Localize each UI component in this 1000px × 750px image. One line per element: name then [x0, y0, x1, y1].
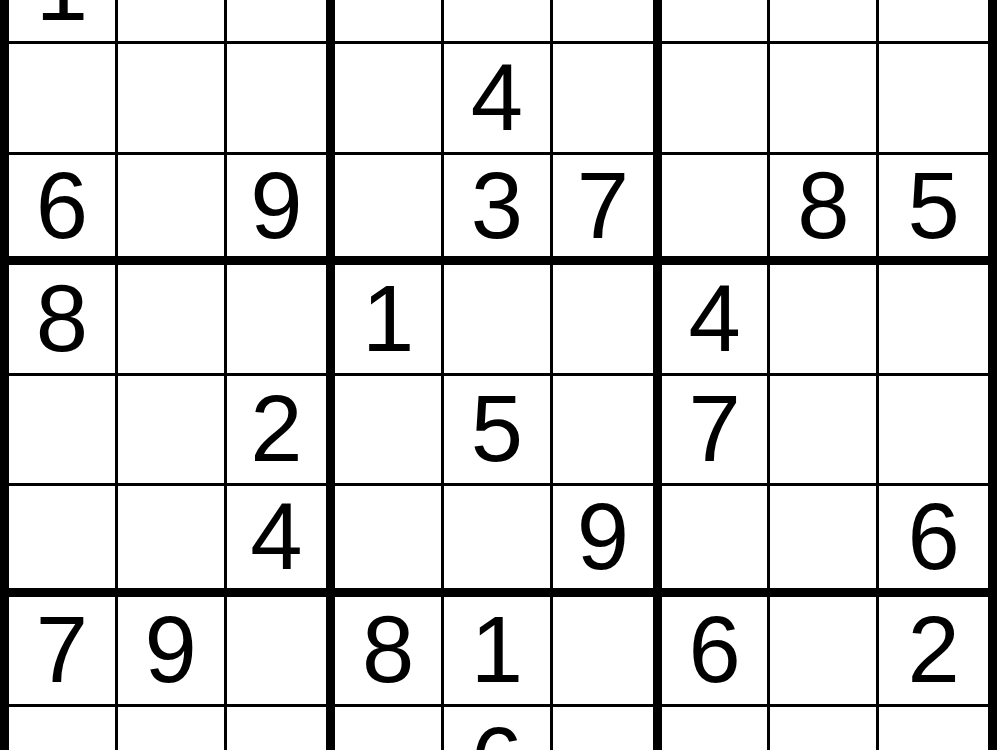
cell-r3c1-given-6[interactable]: 6: [9, 155, 118, 265]
cell-r4c4-given-1[interactable]: 1: [335, 265, 444, 375]
cell-r2c1[interactable]: [9, 44, 118, 154]
cell-r2c7[interactable]: [662, 44, 771, 154]
cell-r5c8[interactable]: [770, 376, 879, 486]
cell-r4c6[interactable]: [553, 265, 662, 375]
cell-r8c1[interactable]: [9, 707, 118, 750]
cell-r5c4[interactable]: [335, 376, 444, 486]
cell-r6c6-given-9[interactable]: 9: [553, 486, 662, 596]
sudoku-board: 146937858142574967981626: [0, 0, 997, 750]
cell-r1c7[interactable]: [662, 0, 771, 44]
cell-r2c4[interactable]: [335, 44, 444, 154]
cell-r8c7[interactable]: [662, 707, 771, 750]
cell-r2c3[interactable]: [227, 44, 336, 154]
cell-r7c6[interactable]: [553, 597, 662, 707]
cell-r2c5-given-4[interactable]: 4: [444, 44, 553, 154]
cell-r3c5-given-3[interactable]: 3: [444, 155, 553, 265]
cell-r3c8-given-8[interactable]: 8: [770, 155, 879, 265]
cell-r3c3-given-9[interactable]: 9: [227, 155, 336, 265]
sudoku-screenshot: 146937858142574967981626: [0, 0, 1000, 750]
cell-r7c9-given-2[interactable]: 2: [879, 597, 988, 707]
cell-r8c6[interactable]: [553, 707, 662, 750]
cell-r2c8[interactable]: [770, 44, 879, 154]
cell-r6c8[interactable]: [770, 486, 879, 596]
cell-r8c2[interactable]: [118, 707, 227, 750]
cell-r3c2[interactable]: [118, 155, 227, 265]
cell-r7c5-given-1[interactable]: 1: [444, 597, 553, 707]
cell-r1c8[interactable]: [770, 0, 879, 44]
cell-r8c9[interactable]: [879, 707, 988, 750]
cell-r7c8[interactable]: [770, 597, 879, 707]
cell-r1c5[interactable]: [444, 0, 553, 44]
cell-r6c5[interactable]: [444, 486, 553, 596]
cell-r8c4[interactable]: [335, 707, 444, 750]
cell-r4c9[interactable]: [879, 265, 988, 375]
cell-r4c8[interactable]: [770, 265, 879, 375]
cell-r4c7-given-4[interactable]: 4: [662, 265, 771, 375]
cell-r3c6-given-7[interactable]: 7: [553, 155, 662, 265]
cell-r1c6[interactable]: [553, 0, 662, 44]
cell-r4c5[interactable]: [444, 265, 553, 375]
cell-r5c6[interactable]: [553, 376, 662, 486]
cell-r2c6[interactable]: [553, 44, 662, 154]
cell-r3c4[interactable]: [335, 155, 444, 265]
cell-r5c2[interactable]: [118, 376, 227, 486]
cell-r3c7[interactable]: [662, 155, 771, 265]
cell-r2c2[interactable]: [118, 44, 227, 154]
cell-r4c2[interactable]: [118, 265, 227, 375]
cell-r5c7-given-7[interactable]: 7: [662, 376, 771, 486]
cell-r6c2[interactable]: [118, 486, 227, 596]
cell-r7c3[interactable]: [227, 597, 336, 707]
cell-r5c9[interactable]: [879, 376, 988, 486]
cell-r5c1[interactable]: [9, 376, 118, 486]
cell-r5c3-given-2[interactable]: 2: [227, 376, 336, 486]
cell-r2c9[interactable]: [879, 44, 988, 154]
cell-r8c8[interactable]: [770, 707, 879, 750]
cell-r4c1-given-8[interactable]: 8: [9, 265, 118, 375]
cell-r6c3-given-4[interactable]: 4: [227, 486, 336, 596]
cell-r7c7-given-6[interactable]: 6: [662, 597, 771, 707]
cell-r6c9-given-6[interactable]: 6: [879, 486, 988, 596]
cell-r7c1-given-7[interactable]: 7: [9, 597, 118, 707]
cell-r8c3[interactable]: [227, 707, 336, 750]
cell-r1c9[interactable]: [879, 0, 988, 44]
cell-r6c4[interactable]: [335, 486, 444, 596]
cell-r5c5-given-5[interactable]: 5: [444, 376, 553, 486]
cell-r1c2[interactable]: [118, 0, 227, 44]
cell-r6c1[interactable]: [9, 486, 118, 596]
cell-r7c4-given-8[interactable]: 8: [335, 597, 444, 707]
cell-r6c7[interactable]: [662, 486, 771, 596]
cell-r3c9-given-5[interactable]: 5: [879, 155, 988, 265]
cell-r1c1-given-1[interactable]: 1: [9, 0, 118, 44]
cell-r1c4[interactable]: [335, 0, 444, 44]
cell-r1c3[interactable]: [227, 0, 336, 44]
cell-r4c3[interactable]: [227, 265, 336, 375]
cell-r7c2-given-9[interactable]: 9: [118, 597, 227, 707]
cell-r8c5-given-6[interactable]: 6: [444, 707, 553, 750]
